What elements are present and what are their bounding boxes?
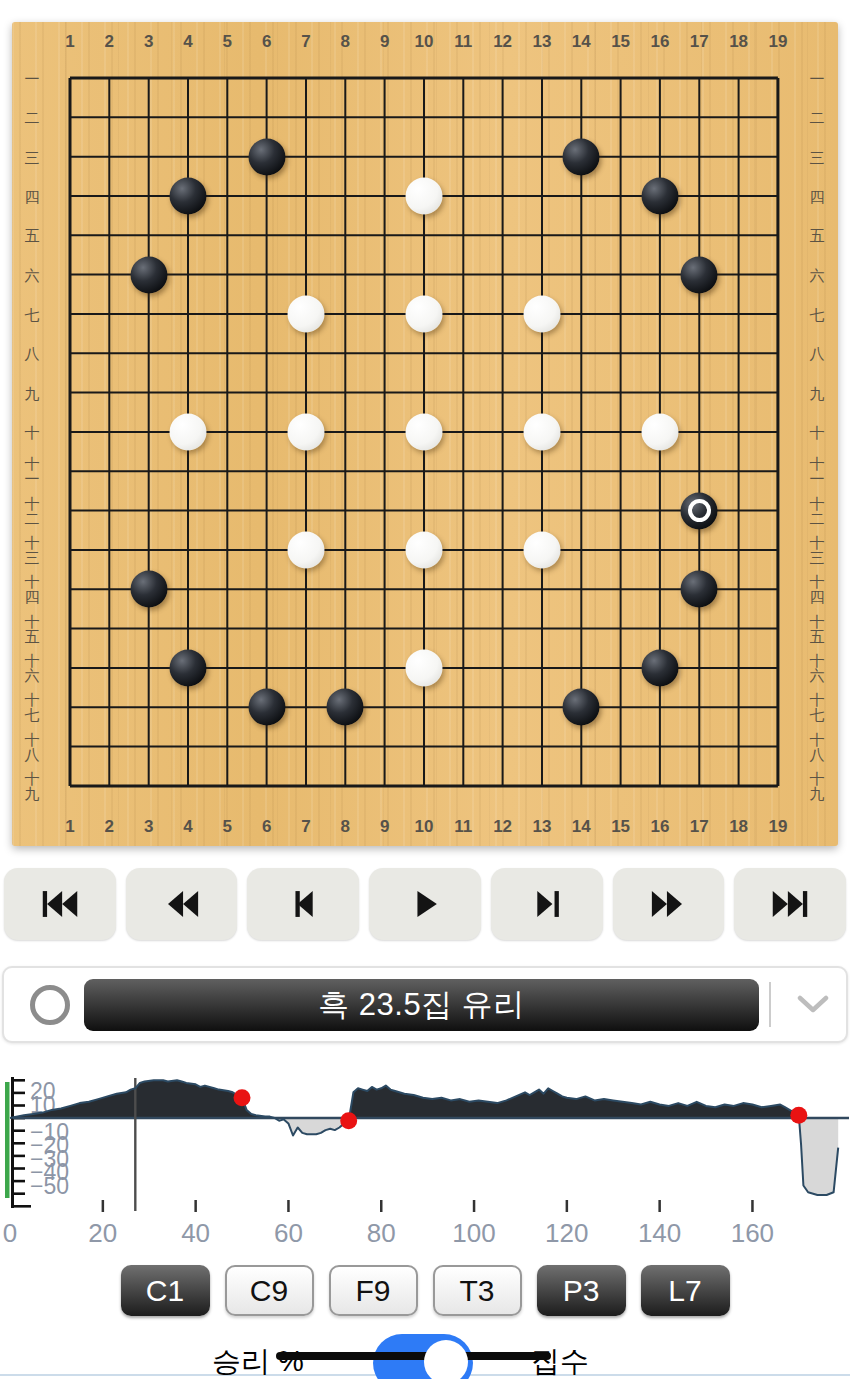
col-label: 10: [415, 32, 434, 52]
col-label: 8: [341, 32, 350, 52]
row-label: 九: [809, 385, 826, 400]
col-label: 5: [223, 817, 232, 837]
tag-button-t3[interactable]: T3: [433, 1265, 522, 1316]
row-label: 十七: [24, 692, 41, 722]
col-label: 18: [729, 32, 748, 52]
row-label: 七: [809, 306, 826, 321]
col-label: 5: [223, 32, 232, 52]
x-axis-label: 140: [638, 1218, 681, 1248]
play-button[interactable]: [369, 868, 481, 940]
white-stone[interactable]: [405, 649, 442, 686]
skip-to-start-button[interactable]: [4, 868, 116, 940]
col-label: 17: [690, 817, 709, 837]
row-label: 六: [809, 267, 826, 282]
white-stone[interactable]: [523, 295, 560, 332]
col-label: 7: [301, 32, 310, 52]
col-label: 9: [380, 32, 389, 52]
row-label: 九: [24, 385, 41, 400]
col-label: 12: [493, 32, 512, 52]
row-label: 六: [24, 267, 41, 282]
black-stone[interactable]: [130, 256, 167, 293]
row-label: 十二: [24, 496, 41, 526]
col-label: 2: [105, 32, 114, 52]
fast-forward-icon: [648, 890, 688, 918]
white-stone[interactable]: [287, 531, 324, 568]
step-back-button[interactable]: [247, 868, 359, 940]
col-label: 8: [341, 817, 350, 837]
divider: [769, 982, 771, 1027]
row-label: 二: [24, 110, 41, 125]
tag-buttons-row: C1C9F9T3P3L7: [0, 1265, 850, 1316]
playback-controls: [4, 868, 846, 940]
x-axis-label: 20: [88, 1218, 117, 1248]
row-label: 十四: [809, 574, 826, 604]
fast-rewind-button[interactable]: [126, 868, 238, 940]
x-axis-label: 160: [731, 1218, 774, 1248]
step-forward-icon: [527, 890, 567, 918]
row-label: 十一: [24, 456, 41, 486]
row-label: 十九: [24, 771, 41, 801]
score-status-bar: 흑 23.5집 유리: [2, 966, 848, 1043]
white-stone[interactable]: [287, 295, 324, 332]
col-label: 18: [729, 817, 748, 837]
skip-to-end-button[interactable]: [734, 868, 846, 940]
col-label: 11: [454, 817, 472, 837]
strike-line: [276, 1352, 551, 1360]
col-label: 6: [262, 32, 271, 52]
col-label: 11: [454, 32, 472, 52]
go-review-app: 11一一22二二33三三44四四55五五66六六77七七88八八99九九1010…: [0, 0, 850, 1379]
col-label: 10: [415, 817, 434, 837]
col-label: 3: [144, 32, 153, 52]
black-stone[interactable]: [169, 649, 206, 686]
row-label: 五: [809, 228, 826, 243]
black-stone[interactable]: [169, 177, 206, 214]
row-label: 一: [24, 71, 41, 86]
skip-to-end-icon: [770, 890, 810, 918]
row-label: 十六: [809, 653, 826, 683]
x-axis-label: 120: [545, 1218, 588, 1248]
white-stone[interactable]: [523, 531, 560, 568]
score-graph[interactable]: 2010−10−20−30−40−50020406080100120140160: [0, 1070, 850, 1260]
row-label: 一: [809, 71, 826, 86]
tag-button-f9[interactable]: F9: [329, 1265, 418, 1316]
white-stone[interactable]: [405, 295, 442, 332]
col-label: 1: [65, 817, 74, 837]
go-board[interactable]: 11一一22二二33三三44四四55五五66六六77七七88八八99九九1010…: [12, 22, 838, 846]
col-label: 16: [650, 817, 669, 837]
col-label: 15: [611, 32, 630, 52]
row-label: 八: [809, 346, 826, 361]
row-label: 十五: [24, 614, 41, 644]
col-label: 6: [262, 817, 271, 837]
row-label: 三: [24, 149, 41, 164]
score-pill-button[interactable]: 흑 23.5집 유리: [84, 979, 759, 1031]
row-label: 十九: [809, 771, 826, 801]
black-stone[interactable]: [641, 177, 678, 214]
fast-forward-button[interactable]: [613, 868, 725, 940]
black-stone[interactable]: [563, 138, 600, 175]
col-label: 7: [301, 817, 310, 837]
col-label: 19: [768, 817, 787, 837]
col-label: 2: [105, 817, 114, 837]
col-label: 12: [493, 817, 512, 837]
row-label: 四: [809, 188, 826, 203]
row-label: 十: [809, 424, 826, 439]
row-label: 十八: [24, 732, 41, 762]
white-stone[interactable]: [405, 413, 442, 450]
score-count-label: 집수: [531, 1342, 589, 1379]
white-stone[interactable]: [405, 531, 442, 568]
white-player-circle-icon: [30, 985, 70, 1025]
last-move-marker: [688, 499, 711, 522]
row-label: 十七: [809, 692, 826, 722]
red-move-marker[interactable]: [234, 1089, 251, 1106]
row-label: 八: [24, 346, 41, 361]
score-text: 흑 23.5집 유리: [318, 984, 525, 1026]
black-stone[interactable]: [327, 689, 364, 726]
white-stone[interactable]: [523, 413, 560, 450]
black-stone[interactable]: [563, 689, 600, 726]
col-label: 4: [183, 32, 192, 52]
row-label: 七: [24, 306, 41, 321]
white-stone[interactable]: [405, 177, 442, 214]
black-stone[interactable]: [248, 138, 285, 175]
x-axis-label: 60: [274, 1218, 303, 1248]
red-move-marker[interactable]: [790, 1107, 807, 1124]
row-label: 十四: [24, 574, 41, 604]
black-stone[interactable]: [681, 256, 718, 293]
black-stone[interactable]: [681, 492, 718, 529]
black-stone[interactable]: [248, 689, 285, 726]
col-label: 17: [690, 32, 709, 52]
black-stone[interactable]: [641, 649, 678, 686]
step-forward-button[interactable]: [491, 868, 603, 940]
fast-rewind-icon: [162, 890, 202, 918]
col-label: 9: [380, 817, 389, 837]
winrate-label: 승리 %: [212, 1342, 304, 1379]
skip-to-start-icon: [40, 890, 80, 918]
row-label: 十二: [809, 496, 826, 526]
toggle-knob[interactable]: [424, 1340, 468, 1379]
row-label: 十六: [24, 653, 41, 683]
x-axis-label: 100: [452, 1218, 495, 1248]
y-axis-label: −50: [30, 1173, 69, 1199]
row-label: 十八: [809, 732, 826, 762]
col-label: 14: [572, 32, 591, 52]
col-label: 16: [650, 32, 669, 52]
col-label: 14: [572, 817, 591, 837]
col-label: 19: [768, 32, 787, 52]
row-label: 十五: [809, 614, 826, 644]
x-axis-label: 40: [181, 1218, 210, 1248]
row-label: 四: [24, 188, 41, 203]
row-label: 五: [24, 228, 41, 243]
white-stone[interactable]: [641, 413, 678, 450]
tag-button-p3[interactable]: P3: [537, 1265, 626, 1316]
black-stone[interactable]: [681, 571, 718, 608]
white-stone[interactable]: [169, 413, 206, 450]
row-label: 三: [809, 149, 826, 164]
play-icon: [405, 890, 445, 918]
chevron-down-icon[interactable]: [797, 995, 829, 1015]
row-label: 二: [809, 110, 826, 125]
white-stone[interactable]: [287, 413, 324, 450]
x-axis-label: 80: [367, 1218, 396, 1248]
col-label: 15: [611, 817, 630, 837]
row-label: 十一: [809, 456, 826, 486]
row-label: 十三: [24, 535, 41, 565]
col-label: 13: [532, 817, 551, 837]
col-label: 13: [532, 32, 551, 52]
tag-button-c1[interactable]: C1: [121, 1265, 210, 1316]
x-axis-label: 0: [3, 1218, 17, 1248]
col-label: 4: [183, 817, 192, 837]
step-back-icon: [283, 890, 323, 918]
col-label: 3: [144, 817, 153, 837]
col-label: 1: [65, 32, 74, 52]
black-stone[interactable]: [130, 571, 167, 608]
tag-button-l7[interactable]: L7: [641, 1265, 730, 1316]
tag-button-c9[interactable]: C9: [225, 1265, 314, 1316]
row-label: 十三: [809, 535, 826, 565]
row-label: 十: [24, 424, 41, 439]
red-move-marker[interactable]: [340, 1112, 357, 1129]
